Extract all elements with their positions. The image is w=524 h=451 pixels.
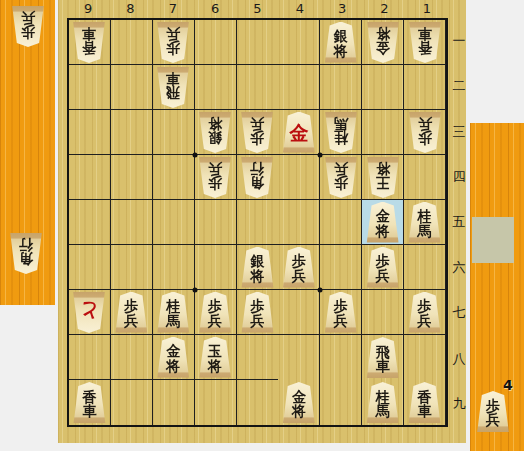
square-3五[interactable] — [320, 200, 362, 245]
rank-label: 七 — [450, 291, 468, 336]
piece-gote-lance[interactable]: 香車 — [71, 22, 107, 63]
square-1六[interactable] — [404, 245, 446, 290]
rank-label: 四 — [450, 154, 468, 199]
piece-sente-promoted-silver[interactable]: 金 — [281, 112, 317, 153]
piece-gote-gold[interactable]: 金将 — [365, 22, 401, 63]
file-label: 6 — [194, 0, 236, 17]
piece-gote-rook[interactable]: 飛車 — [155, 67, 191, 108]
piece-sente-pawn[interactable]: 歩兵 — [113, 292, 149, 333]
rank-label: 九 — [450, 382, 468, 427]
square-6七[interactable]: 歩兵 — [195, 290, 237, 335]
square-8三[interactable] — [111, 110, 153, 155]
piece-sente-knight[interactable]: 桂馬 — [155, 292, 191, 333]
white-captured-tray: 歩兵 角行 — [0, 0, 55, 305]
square-2三[interactable] — [362, 110, 404, 155]
square-4二[interactable] — [278, 65, 320, 110]
piece-sente-gold[interactable]: 金将 — [365, 202, 401, 243]
square-7四[interactable] — [153, 155, 195, 200]
square-2九[interactable]: 桂馬 — [362, 380, 404, 425]
square-2二[interactable] — [362, 65, 404, 110]
hand-pawn-count: 4 — [503, 377, 513, 393]
square-6一[interactable] — [195, 20, 237, 65]
square-5六[interactable]: 銀将 — [237, 245, 279, 290]
square-9五[interactable] — [69, 200, 111, 245]
rank-label: 二 — [450, 63, 468, 108]
square-4四[interactable] — [278, 155, 320, 200]
hoshi-dot — [192, 153, 197, 158]
square-8七[interactable]: 歩兵 — [111, 290, 153, 335]
square-4五[interactable] — [278, 200, 320, 245]
piece-sente-lance[interactable]: 香車 — [407, 382, 443, 423]
square-1五[interactable]: 桂馬 — [404, 200, 446, 245]
square-1二[interactable] — [404, 65, 446, 110]
piece-gote-pawn[interactable]: 歩兵 — [197, 157, 233, 198]
square-7一[interactable]: 歩兵 — [153, 20, 195, 65]
square-2四[interactable]: 王将 — [362, 155, 404, 200]
piece-sente-silver[interactable]: 銀将 — [323, 22, 359, 63]
square-7三[interactable] — [153, 110, 195, 155]
square-2八[interactable]: 飛車 — [362, 335, 404, 380]
piece-sente-pawn[interactable]: 歩兵 — [323, 292, 359, 333]
piece-sente-gold[interactable]: 金将 — [155, 337, 191, 378]
square-5四[interactable]: 角行 — [237, 155, 279, 200]
square-3九[interactable] — [320, 380, 362, 425]
piece-gote-pawn[interactable]: 歩兵 — [323, 157, 359, 198]
piece-sente-gold[interactable]: 金将 — [281, 382, 317, 423]
rank-label: 八 — [450, 336, 468, 381]
square-1三[interactable]: 歩兵 — [404, 110, 446, 155]
piece-sente-silver[interactable]: 銀将 — [239, 247, 275, 288]
tray-empty-slot — [472, 217, 514, 263]
piece-gote-bishop[interactable]: 角行 — [239, 157, 275, 198]
square-4一[interactable] — [278, 20, 320, 65]
black-captured-tray: 歩兵 4 — [470, 123, 524, 451]
file-label: 7 — [152, 0, 194, 17]
piece-sente-pawn[interactable]: 歩兵 — [239, 292, 275, 333]
square-5三[interactable]: 歩兵 — [237, 110, 279, 155]
rank-label: 一 — [450, 18, 468, 63]
square-4九[interactable]: 金将 — [278, 380, 320, 425]
square-3七[interactable]: 歩兵 — [320, 290, 362, 335]
hoshi-dot — [192, 288, 197, 293]
shogi-app: 歩兵 角行 987654321 一二三四五六七八九 香車歩兵銀将金将香車飛車銀将… — [0, 0, 524, 451]
square-8四[interactable] — [111, 155, 153, 200]
square-3四[interactable]: 歩兵 — [320, 155, 362, 200]
square-7五[interactable] — [153, 200, 195, 245]
square-8二[interactable] — [111, 65, 153, 110]
square-8一[interactable] — [111, 20, 153, 65]
rank-labels: 一二三四五六七八九 — [450, 18, 468, 427]
hand-piece-black-pawn[interactable]: 歩兵 — [475, 391, 511, 432]
piece-sente-rook[interactable]: 飛車 — [365, 337, 401, 378]
file-label: 2 — [363, 0, 405, 17]
square-5八[interactable] — [237, 335, 279, 380]
square-1八[interactable] — [404, 335, 446, 380]
hand-piece-white-pawn[interactable]: 歩兵 — [10, 6, 46, 47]
square-1九[interactable]: 香車 — [404, 380, 446, 425]
piece-sente-king[interactable]: 玉将 — [197, 337, 233, 378]
piece-sente-knight[interactable]: 桂馬 — [407, 202, 443, 243]
piece-sente-pawn[interactable]: 歩兵 — [365, 247, 401, 288]
square-3一[interactable]: 銀将 — [320, 20, 362, 65]
piece-sente-lance[interactable]: 香車 — [71, 382, 107, 423]
square-3三[interactable]: 桂馬 — [320, 110, 362, 155]
square-4六[interactable]: 歩兵 — [278, 245, 320, 290]
file-label: 8 — [109, 0, 151, 17]
square-7七[interactable]: 桂馬 — [153, 290, 195, 335]
square-3八[interactable] — [320, 335, 362, 380]
square-7八[interactable]: 金将 — [153, 335, 195, 380]
square-2一[interactable]: 金将 — [362, 20, 404, 65]
square-6四[interactable]: 歩兵 — [195, 155, 237, 200]
square-9三[interactable] — [69, 110, 111, 155]
piece-sente-pawn[interactable]: 歩兵 — [281, 247, 317, 288]
square-4八[interactable] — [278, 335, 320, 380]
square-7六[interactable] — [153, 245, 195, 290]
square-5五[interactable] — [237, 200, 279, 245]
square-6八[interactable]: 玉将 — [195, 335, 237, 380]
square-9七[interactable]: と — [69, 290, 111, 335]
square-8九[interactable] — [111, 380, 153, 425]
piece-gote-pawn[interactable]: 歩兵 — [407, 112, 443, 153]
square-6三[interactable]: 銀将 — [195, 110, 237, 155]
square-9二[interactable] — [69, 65, 111, 110]
square-5九[interactable] — [237, 380, 279, 425]
board-grid: 香車歩兵銀将金将香車飛車銀将歩兵金桂馬歩兵歩兵角行歩兵王将金将桂馬銀将歩兵歩兵と… — [67, 18, 448, 427]
piece-gote-knight[interactable]: 桂馬 — [323, 112, 359, 153]
rank-label: 五 — [450, 200, 468, 245]
square-3六[interactable] — [320, 245, 362, 290]
square-8五[interactable] — [111, 200, 153, 245]
file-label: 5 — [236, 0, 278, 17]
piece-gote-pawn[interactable]: 歩兵 — [239, 112, 275, 153]
square-2五[interactable]: 金将 — [362, 200, 404, 245]
square-1四[interactable] — [404, 155, 446, 200]
square-6五[interactable] — [195, 200, 237, 245]
square-3二[interactable] — [320, 65, 362, 110]
piece-gote-lance[interactable]: 香車 — [407, 22, 443, 63]
hoshi-dot — [318, 288, 323, 293]
square-5一[interactable] — [237, 20, 279, 65]
piece-gote-pawn[interactable]: 歩兵 — [155, 22, 191, 63]
file-label: 4 — [279, 0, 321, 17]
square-4七[interactable] — [278, 290, 320, 335]
square-9六[interactable] — [69, 245, 111, 290]
square-2六[interactable]: 歩兵 — [362, 245, 404, 290]
square-6九[interactable] — [195, 380, 237, 425]
rank-label: 六 — [450, 245, 468, 290]
square-4三[interactable]: 金 — [278, 110, 320, 155]
square-8六[interactable] — [111, 245, 153, 290]
hoshi-dot — [318, 153, 323, 158]
rank-label: 三 — [450, 109, 468, 154]
square-9八[interactable] — [69, 335, 111, 380]
square-8八[interactable] — [111, 335, 153, 380]
square-6六[interactable] — [195, 245, 237, 290]
square-7九[interactable] — [153, 380, 195, 425]
file-label: 9 — [67, 0, 109, 17]
piece-gote-king[interactable]: 王将 — [365, 157, 401, 198]
piece-sente-pawn[interactable]: 歩兵 — [197, 292, 233, 333]
piece-gote-tokin[interactable]: と — [71, 292, 107, 333]
file-label: 1 — [406, 0, 448, 17]
square-9一[interactable]: 香車 — [69, 20, 111, 65]
hand-piece-white-bishop[interactable]: 角行 — [8, 233, 44, 274]
square-7二[interactable]: 飛車 — [153, 65, 195, 110]
square-9四[interactable] — [69, 155, 111, 200]
square-5七[interactable]: 歩兵 — [237, 290, 279, 335]
file-label: 3 — [321, 0, 363, 17]
piece-sente-pawn[interactable]: 歩兵 — [407, 292, 443, 333]
piece-gote-silver[interactable]: 銀将 — [197, 112, 233, 153]
square-9九[interactable]: 香車 — [69, 380, 111, 425]
shogi-board: 987654321 一二三四五六七八九 香車歩兵銀将金将香車飛車銀将歩兵金桂馬歩… — [58, 0, 466, 443]
square-1一[interactable]: 香車 — [404, 20, 446, 65]
square-2七[interactable] — [362, 290, 404, 335]
piece-sente-knight[interactable]: 桂馬 — [365, 382, 401, 423]
square-1七[interactable]: 歩兵 — [404, 290, 446, 335]
square-6二[interactable] — [195, 65, 237, 110]
file-labels: 987654321 — [67, 0, 448, 17]
square-5二[interactable] — [237, 65, 279, 110]
